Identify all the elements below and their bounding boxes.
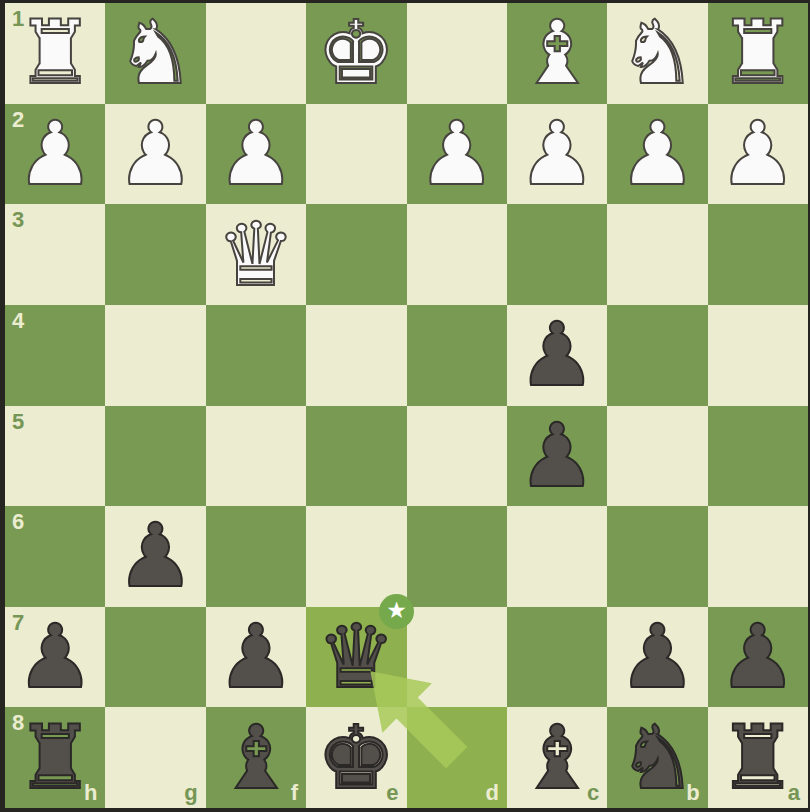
piece-black-pawn-f7[interactable]: ♟ xyxy=(216,613,295,701)
square-d6[interactable] xyxy=(407,506,507,607)
square-f4[interactable] xyxy=(206,305,306,406)
square-d2[interactable]: ♟ xyxy=(407,104,507,205)
piece-white-pawn-g2[interactable]: ♟ xyxy=(116,110,195,198)
piece-white-knight-g1[interactable]: ♞ xyxy=(116,9,195,97)
square-g3[interactable] xyxy=(105,204,205,305)
square-b6[interactable] xyxy=(607,506,707,607)
rank-label-4: 4 xyxy=(12,310,24,332)
square-e3[interactable] xyxy=(306,204,406,305)
square-h6[interactable]: 6 xyxy=(5,506,105,607)
piece-black-pawn-g6[interactable]: ♟ xyxy=(116,512,195,600)
square-a8[interactable]: a♜ xyxy=(708,707,808,808)
piece-black-knight-b8[interactable]: ♞ xyxy=(618,714,697,802)
square-h3[interactable]: 3 xyxy=(5,204,105,305)
square-g2[interactable]: ♟ xyxy=(105,104,205,205)
square-e5[interactable] xyxy=(306,406,406,507)
piece-black-queen-e7[interactable]: ♛ xyxy=(317,613,396,701)
square-c4[interactable]: ♟ xyxy=(507,305,607,406)
square-f1[interactable] xyxy=(206,3,306,104)
chess-board-container: 1♜♞♚♝♞♜2♟♟♟♟♟♟♟3♛4♟5♟6♟7♟♟♛♟♟8h♜gf♝e♚dc♝… xyxy=(0,0,810,812)
square-e6[interactable] xyxy=(306,506,406,607)
square-a3[interactable] xyxy=(708,204,808,305)
square-f2[interactable]: ♟ xyxy=(206,104,306,205)
rank-label-6: 6 xyxy=(12,511,24,533)
square-c3[interactable] xyxy=(507,204,607,305)
piece-black-pawn-c4[interactable]: ♟ xyxy=(518,311,597,399)
square-a4[interactable] xyxy=(708,305,808,406)
piece-white-king-e1[interactable]: ♚ xyxy=(317,9,396,97)
square-d7[interactable] xyxy=(407,607,507,708)
square-g4[interactable] xyxy=(105,305,205,406)
piece-white-knight-b1[interactable]: ♞ xyxy=(618,9,697,97)
square-f7[interactable]: ♟ xyxy=(206,607,306,708)
square-g6[interactable]: ♟ xyxy=(105,506,205,607)
square-c6[interactable] xyxy=(507,506,607,607)
square-a5[interactable] xyxy=(708,406,808,507)
piece-white-pawn-c2[interactable]: ♟ xyxy=(518,110,597,198)
square-a6[interactable] xyxy=(708,506,808,607)
square-c1[interactable]: ♝ xyxy=(507,3,607,104)
file-label-g: g xyxy=(184,782,197,804)
square-d1[interactable] xyxy=(407,3,507,104)
piece-black-rook-h8[interactable]: ♜ xyxy=(16,714,95,802)
square-h4[interactable]: 4 xyxy=(5,305,105,406)
square-f6[interactable] xyxy=(206,506,306,607)
piece-white-pawn-h2[interactable]: ♟ xyxy=(16,110,95,198)
square-b8[interactable]: b♞ xyxy=(607,707,707,808)
piece-black-pawn-b7[interactable]: ♟ xyxy=(618,613,697,701)
square-h7[interactable]: 7♟ xyxy=(5,607,105,708)
square-e4[interactable] xyxy=(306,305,406,406)
square-d8[interactable]: d xyxy=(407,707,507,808)
square-b2[interactable]: ♟ xyxy=(607,104,707,205)
square-b1[interactable]: ♞ xyxy=(607,3,707,104)
square-b4[interactable] xyxy=(607,305,707,406)
piece-white-pawn-f2[interactable]: ♟ xyxy=(216,110,295,198)
piece-black-pawn-h7[interactable]: ♟ xyxy=(16,613,95,701)
square-h8[interactable]: 8h♜ xyxy=(5,707,105,808)
square-f5[interactable] xyxy=(206,406,306,507)
chess-board: 1♜♞♚♝♞♜2♟♟♟♟♟♟♟3♛4♟5♟6♟7♟♟♛♟♟8h♜gf♝e♚dc♝… xyxy=(5,3,808,808)
square-d5[interactable] xyxy=(407,406,507,507)
piece-white-rook-a1[interactable]: ♜ xyxy=(718,9,797,97)
square-f3[interactable]: ♛ xyxy=(206,204,306,305)
square-g5[interactable] xyxy=(105,406,205,507)
square-f8[interactable]: f♝ xyxy=(206,707,306,808)
piece-white-bishop-c1[interactable]: ♝ xyxy=(518,9,597,97)
square-a1[interactable]: ♜ xyxy=(708,3,808,104)
piece-black-rook-a8[interactable]: ♜ xyxy=(718,714,797,802)
piece-black-pawn-c5[interactable]: ♟ xyxy=(518,412,597,500)
square-e8[interactable]: e♚ xyxy=(306,707,406,808)
square-c2[interactable]: ♟ xyxy=(507,104,607,205)
square-g1[interactable]: ♞ xyxy=(105,3,205,104)
square-g8[interactable]: g xyxy=(105,707,205,808)
square-h1[interactable]: 1♜ xyxy=(5,3,105,104)
piece-black-king-e8[interactable]: ♚ xyxy=(317,714,396,802)
square-c5[interactable]: ♟ xyxy=(507,406,607,507)
square-b5[interactable] xyxy=(607,406,707,507)
square-b7[interactable]: ♟ xyxy=(607,607,707,708)
square-e7[interactable]: ♛ xyxy=(306,607,406,708)
square-c8[interactable]: c♝ xyxy=(507,707,607,808)
square-g7[interactable] xyxy=(105,607,205,708)
square-e1[interactable]: ♚ xyxy=(306,3,406,104)
square-b3[interactable] xyxy=(607,204,707,305)
rank-label-5: 5 xyxy=(12,411,24,433)
piece-white-queen-f3[interactable]: ♛ xyxy=(216,211,295,299)
piece-black-bishop-c8[interactable]: ♝ xyxy=(518,714,597,802)
square-d4[interactable] xyxy=(407,305,507,406)
square-h2[interactable]: 2♟ xyxy=(5,104,105,205)
square-a2[interactable]: ♟ xyxy=(708,104,808,205)
piece-black-bishop-f8[interactable]: ♝ xyxy=(216,714,295,802)
piece-white-pawn-b2[interactable]: ♟ xyxy=(618,110,697,198)
file-label-d: d xyxy=(485,782,498,804)
square-c7[interactable] xyxy=(507,607,607,708)
square-h5[interactable]: 5 xyxy=(5,406,105,507)
piece-white-pawn-a2[interactable]: ♟ xyxy=(718,110,797,198)
piece-white-rook-h1[interactable]: ♜ xyxy=(16,9,95,97)
square-e2[interactable] xyxy=(306,104,406,205)
rank-label-3: 3 xyxy=(12,209,24,231)
square-a7[interactable]: ♟ xyxy=(708,607,808,708)
square-d3[interactable] xyxy=(407,204,507,305)
piece-white-pawn-d2[interactable]: ♟ xyxy=(417,110,496,198)
piece-black-pawn-a7[interactable]: ♟ xyxy=(718,613,797,701)
